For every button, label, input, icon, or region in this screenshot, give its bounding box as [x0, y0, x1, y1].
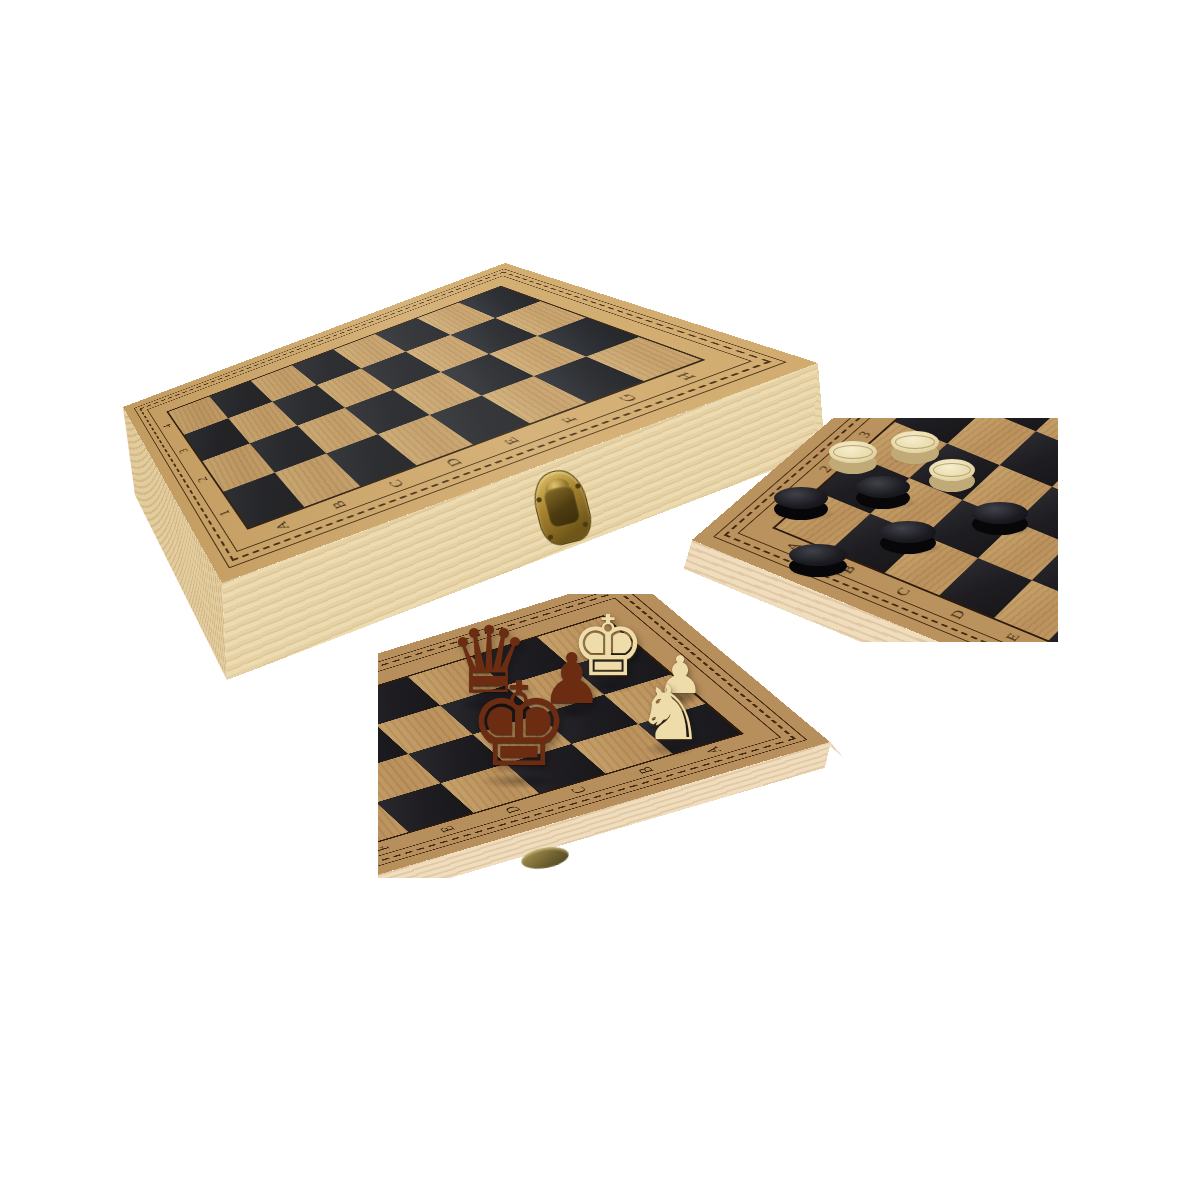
checker-top — [774, 487, 828, 509]
cream-checker-a4 — [829, 441, 877, 475]
product-photo-canvas: ABCDEFGH1234 ABCDEFGH12345678 HGFEDCBA ♚… — [0, 0, 1199, 1200]
chess-view: HGFEDCBA ♚♟♛♟♞♚ — [378, 594, 870, 878]
black-checker-b1 — [789, 544, 847, 578]
checker-top — [891, 431, 939, 453]
light-knight-b2: ♞ — [636, 675, 704, 751]
black-checker-b3 — [856, 476, 910, 510]
black-checker-c2 — [880, 521, 936, 555]
checker-top — [829, 441, 877, 463]
checker-top — [789, 544, 847, 566]
cream-checker-c4 — [929, 459, 975, 493]
black-checker-d3 — [972, 502, 1028, 536]
checker-top — [880, 521, 936, 543]
dark-king-d2: ♚ — [467, 667, 571, 783]
checker-top — [929, 459, 975, 481]
black-checker-a2 — [774, 487, 828, 521]
checker-top — [856, 476, 910, 498]
checker-top — [972, 502, 1028, 524]
